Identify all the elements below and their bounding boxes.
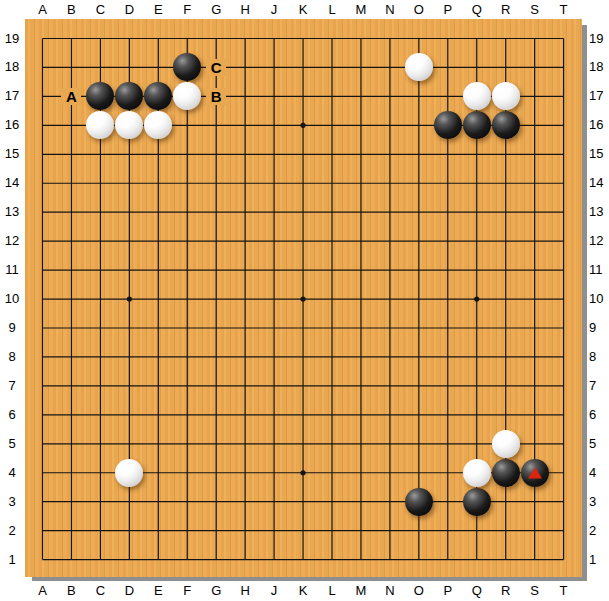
coordinate-label-top-L: L: [322, 3, 342, 17]
coordinate-label-top-S: S: [525, 3, 545, 17]
coordinate-label-right-5: 5: [589, 437, 609, 451]
coordinate-label-bottom-G: G: [206, 584, 226, 598]
coordinate-label-bottom-K: K: [293, 584, 313, 598]
coordinate-label-left-1: 1: [2, 553, 22, 567]
coordinate-label-right-10: 10: [589, 292, 609, 306]
coordinate-label-right-3: 3: [589, 495, 609, 509]
coordinate-label-bottom-R: R: [496, 584, 516, 598]
go-board-screen: ABCDEFGHJKLMNOPQRST ABCDEFGHJKLMNOPQRST …: [0, 0, 609, 601]
coordinate-label-top-K: K: [293, 3, 313, 17]
coordinate-label-bottom-H: H: [235, 584, 255, 598]
coordinate-label-bottom-S: S: [525, 584, 545, 598]
coordinate-label-right-13: 13: [589, 205, 609, 219]
coordinate-label-bottom-P: P: [438, 584, 458, 598]
coordinate-label-top-C: C: [90, 3, 110, 17]
coordinate-label-top-G: G: [206, 3, 226, 17]
stone-black-Q16[interactable]: [463, 111, 491, 139]
stone-black-S4[interactable]: [521, 459, 549, 487]
coordinate-label-top-D: D: [119, 3, 139, 17]
coordinate-label-top-H: H: [235, 3, 255, 17]
coordinate-label-right-6: 6: [589, 408, 609, 422]
coordinate-label-top-M: M: [351, 3, 371, 17]
coordinate-label-top-A: A: [33, 3, 53, 17]
coordinate-label-left-3: 3: [2, 495, 22, 509]
stone-white-R17[interactable]: [492, 82, 520, 110]
coordinate-label-left-7: 7: [2, 379, 22, 393]
coordinate-label-top-R: R: [496, 3, 516, 17]
coordinate-label-left-5: 5: [2, 437, 22, 451]
coordinate-label-left-2: 2: [2, 524, 22, 538]
coordinate-label-right-15: 15: [589, 147, 609, 161]
coordinate-label-bottom-F: F: [177, 584, 197, 598]
coordinate-label-bottom-Q: Q: [467, 584, 487, 598]
coordinate-label-bottom-T: T: [554, 584, 574, 598]
coordinate-label-right-18: 18: [589, 60, 609, 74]
coordinate-label-right-16: 16: [589, 118, 609, 132]
coordinate-label-right-9: 9: [589, 321, 609, 335]
stone-white-Q17[interactable]: [463, 82, 491, 110]
stone-black-Q3[interactable]: [463, 488, 491, 516]
coordinate-label-bottom-O: O: [409, 584, 429, 598]
coordinate-label-bottom-D: D: [119, 584, 139, 598]
coordinate-label-right-2: 2: [589, 524, 609, 538]
coordinate-label-bottom-N: N: [380, 584, 400, 598]
coordinate-label-left-13: 13: [2, 205, 22, 219]
coordinate-label-right-19: 19: [589, 32, 609, 46]
coordinate-label-right-4: 4: [589, 466, 609, 480]
coordinate-label-top-F: F: [177, 3, 197, 17]
coordinate-label-bottom-L: L: [322, 584, 342, 598]
coordinate-label-top-J: J: [264, 3, 284, 17]
stone-black-R4[interactable]: [492, 459, 520, 487]
coordinate-label-right-14: 14: [589, 176, 609, 190]
coordinate-label-left-18: 18: [2, 60, 22, 74]
coordinate-label-left-19: 19: [2, 32, 22, 46]
coordinate-label-left-15: 15: [2, 147, 22, 161]
coordinate-label-top-O: O: [409, 3, 429, 17]
coordinate-label-right-17: 17: [589, 89, 609, 103]
coordinate-label-left-9: 9: [2, 321, 22, 335]
coordinate-label-left-6: 6: [2, 408, 22, 422]
coordinate-label-right-8: 8: [589, 350, 609, 364]
coordinate-label-left-17: 17: [2, 89, 22, 103]
coordinate-label-left-10: 10: [2, 292, 22, 306]
coordinate-label-left-14: 14: [2, 176, 22, 190]
coordinate-label-top-B: B: [61, 3, 81, 17]
stone-black-R16[interactable]: [492, 111, 520, 139]
stone-white-Q4[interactable]: [463, 459, 491, 487]
coordinate-label-bottom-C: C: [90, 584, 110, 598]
coordinate-label-right-7: 7: [589, 379, 609, 393]
coordinate-label-top-T: T: [554, 3, 574, 17]
coordinate-label-left-16: 16: [2, 118, 22, 132]
coordinate-label-top-E: E: [148, 3, 168, 17]
coordinate-label-top-P: P: [438, 3, 458, 17]
coordinate-label-left-12: 12: [2, 234, 22, 248]
coordinate-label-right-11: 11: [589, 263, 609, 277]
coordinate-label-top-N: N: [380, 3, 400, 17]
coordinate-label-right-12: 12: [589, 234, 609, 248]
stone-white-R5[interactable]: [492, 430, 520, 458]
coordinate-label-bottom-M: M: [351, 584, 371, 598]
coordinate-label-left-11: 11: [2, 263, 22, 277]
stone-white-D4[interactable]: [115, 459, 143, 487]
point-label-A[interactable]: A: [61, 88, 81, 105]
last-move-triangle-mark: [521, 459, 549, 487]
point-label-C[interactable]: C: [206, 59, 226, 76]
coordinate-label-top-Q: Q: [467, 3, 487, 17]
coordinate-label-bottom-A: A: [33, 584, 53, 598]
stone-black-P16[interactable]: [434, 111, 462, 139]
coordinate-label-left-4: 4: [2, 466, 22, 480]
coordinate-label-right-1: 1: [589, 553, 609, 567]
coordinate-label-bottom-E: E: [148, 584, 168, 598]
coordinate-label-bottom-J: J: [264, 584, 284, 598]
point-label-B[interactable]: B: [206, 88, 226, 105]
coordinate-label-left-8: 8: [2, 350, 22, 364]
coordinate-label-bottom-B: B: [61, 584, 81, 598]
stone-black-O3[interactable]: [405, 488, 433, 516]
